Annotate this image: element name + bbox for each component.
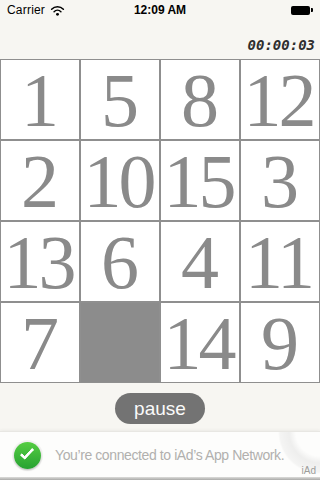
- tile-1[interactable]: 1: [1, 60, 79, 139]
- tile-11[interactable]: 11: [241, 222, 319, 301]
- battery-icon: [291, 6, 313, 15]
- tile-8[interactable]: 8: [161, 60, 239, 139]
- blank-cell: [81, 303, 159, 382]
- tile-10[interactable]: 10: [81, 141, 159, 220]
- tile-6[interactable]: 6: [81, 222, 159, 301]
- tile-4[interactable]: 4: [161, 222, 239, 301]
- tile-13[interactable]: 13: [1, 222, 79, 301]
- clock: 12:09 AM: [0, 3, 320, 17]
- tile-3[interactable]: 3: [241, 141, 319, 220]
- tile-15[interactable]: 15: [161, 141, 239, 220]
- tile-2[interactable]: 2: [1, 141, 79, 220]
- tile-14[interactable]: 14: [161, 303, 239, 382]
- puzzle-board: 1 5 8 12 2 10 15 3 13 6 4 11 7 14 9: [0, 59, 320, 383]
- tile-5[interactable]: 5: [81, 60, 159, 139]
- tile-7[interactable]: 7: [1, 303, 79, 382]
- iad-brand-label: iAd: [302, 465, 316, 476]
- carrier-label: Carrier: [7, 3, 45, 17]
- checkmark-icon: [14, 442, 41, 469]
- banner-message: You’re connected to iAd’s App Network.: [55, 432, 284, 478]
- game-timer: 00:00:03: [248, 37, 315, 53]
- app-screen: Carrier 12:09 AM 00:00:03 1 5 8 12 2 10 …: [0, 0, 320, 480]
- tile-9[interactable]: 9: [241, 303, 319, 382]
- wifi-icon: [50, 5, 65, 16]
- status-bar: Carrier 12:09 AM: [0, 0, 320, 20]
- tile-12[interactable]: 12: [241, 60, 319, 139]
- pause-button[interactable]: pause: [115, 393, 205, 424]
- iad-banner[interactable]: You’re connected to iAd’s App Network. i…: [0, 431, 320, 480]
